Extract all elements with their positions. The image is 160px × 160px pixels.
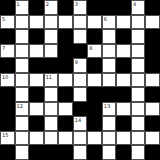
black-cell-r10c8 — [116, 145, 131, 160]
white-cell-r2c7[interactable] — [102, 29, 117, 44]
crossword-board: 123456789101112131415 — [0, 0, 160, 160]
white-cell-r10c9[interactable] — [131, 145, 146, 160]
clue-number-2: 2 — [46, 1, 49, 7]
white-cell-r0c9[interactable]: 4 — [131, 0, 146, 15]
clue-number-5: 5 — [2, 16, 5, 22]
white-cell-r2c3[interactable] — [44, 29, 59, 44]
black-cell-r6c6 — [87, 87, 102, 102]
white-cell-r2c5[interactable] — [73, 29, 88, 44]
black-cell-r3c5 — [73, 44, 88, 59]
white-cell-r9c10[interactable] — [145, 131, 160, 146]
white-cell-r1c1[interactable] — [15, 15, 30, 30]
white-cell-r1c0[interactable]: 5 — [0, 15, 15, 30]
white-cell-r7c2[interactable] — [29, 102, 44, 117]
white-cell-r4c9[interactable] — [131, 58, 146, 73]
white-cell-r1c9[interactable] — [131, 15, 146, 30]
white-cell-r8c9[interactable] — [131, 116, 146, 131]
white-cell-r2c1[interactable] — [15, 29, 30, 44]
white-cell-r2c9[interactable] — [131, 29, 146, 44]
clue-number-11: 11 — [46, 74, 52, 80]
white-cell-r1c5[interactable] — [73, 15, 88, 30]
white-cell-r9c4[interactable] — [58, 131, 73, 146]
white-cell-r4c7[interactable] — [102, 58, 117, 73]
black-cell-r3c10 — [145, 44, 160, 59]
black-cell-r6c8 — [116, 87, 131, 102]
white-cell-r9c3[interactable] — [44, 131, 59, 146]
black-cell-r7c5 — [73, 102, 88, 117]
black-cell-r0c8 — [116, 0, 131, 15]
white-cell-r7c7[interactable]: 13 — [102, 102, 117, 117]
black-cell-r6c4 — [58, 87, 73, 102]
white-cell-r9c1[interactable] — [15, 131, 30, 146]
white-cell-r8c3[interactable] — [44, 116, 59, 131]
clue-number-3: 3 — [75, 1, 78, 7]
black-cell-r7c6 — [87, 102, 102, 117]
white-cell-r3c8[interactable] — [116, 44, 131, 59]
white-cell-r5c0[interactable]: 10 — [0, 73, 15, 88]
clue-number-13: 13 — [104, 103, 110, 109]
black-cell-r6c2 — [29, 87, 44, 102]
clue-number-14: 14 — [75, 117, 81, 123]
white-cell-r5c6[interactable] — [87, 73, 102, 88]
white-cell-r7c9[interactable] — [131, 102, 146, 117]
black-cell-r2c4 — [58, 29, 73, 44]
white-cell-r6c1[interactable] — [15, 87, 30, 102]
white-cell-r8c7[interactable] — [102, 116, 117, 131]
white-cell-r9c9[interactable] — [131, 131, 146, 146]
white-cell-r3c7[interactable] — [102, 44, 117, 59]
white-cell-r3c2[interactable] — [29, 44, 44, 59]
black-cell-r10c4 — [58, 145, 73, 160]
clue-number-1: 1 — [17, 1, 20, 7]
white-cell-r7c4[interactable] — [58, 102, 73, 117]
white-cell-r9c7[interactable] — [102, 131, 117, 146]
white-cell-r4c1[interactable] — [15, 58, 30, 73]
black-cell-r2c6 — [87, 29, 102, 44]
white-cell-r5c1[interactable] — [15, 73, 30, 88]
white-cell-r7c1[interactable]: 12 — [15, 102, 30, 117]
white-cell-r8c1[interactable] — [15, 116, 30, 131]
white-cell-r0c1[interactable]: 1 — [15, 0, 30, 15]
white-cell-r9c8[interactable] — [116, 131, 131, 146]
white-cell-r0c5[interactable]: 3 — [73, 0, 88, 15]
white-cell-r3c9[interactable] — [131, 44, 146, 59]
white-cell-r5c9[interactable] — [131, 73, 146, 88]
black-cell-r4c8 — [116, 58, 131, 73]
white-cell-r3c0[interactable]: 7 — [0, 44, 15, 59]
black-cell-r4c10 — [145, 58, 160, 73]
white-cell-r5c4[interactable] — [58, 73, 73, 88]
black-cell-r4c3 — [44, 58, 59, 73]
white-cell-r3c3[interactable] — [44, 44, 59, 59]
white-cell-r7c10[interactable] — [145, 102, 160, 117]
clue-number-10: 10 — [2, 74, 8, 80]
white-cell-r5c7[interactable] — [102, 73, 117, 88]
white-cell-r6c9[interactable] — [131, 87, 146, 102]
white-cell-r7c3[interactable] — [44, 102, 59, 117]
white-cell-r1c7[interactable]: 6 — [102, 15, 117, 30]
white-cell-r4c5[interactable]: 9 — [73, 58, 88, 73]
black-cell-r4c4 — [58, 58, 73, 73]
clue-number-12: 12 — [17, 103, 23, 109]
white-cell-r6c3[interactable] — [44, 87, 59, 102]
black-cell-r0c7 — [102, 0, 117, 15]
white-cell-r9c5[interactable] — [73, 131, 88, 146]
black-cell-r7c0 — [0, 102, 15, 117]
black-cell-r10c10 — [145, 145, 160, 160]
clue-number-7: 7 — [2, 45, 5, 51]
black-cell-r8c6 — [87, 116, 102, 131]
white-cell-r9c2[interactable] — [29, 131, 44, 146]
white-cell-r8c5[interactable]: 14 — [73, 116, 88, 131]
black-cell-r4c6 — [87, 58, 102, 73]
clue-number-6: 6 — [104, 16, 107, 22]
black-cell-r8c4 — [58, 116, 73, 131]
white-cell-r10c1[interactable] — [15, 145, 30, 160]
black-cell-r0c0 — [0, 0, 15, 15]
clue-number-9: 9 — [75, 59, 78, 65]
white-cell-r6c5[interactable] — [73, 87, 88, 102]
white-cell-r7c8[interactable] — [116, 102, 131, 117]
black-cell-r2c10 — [145, 29, 160, 44]
white-cell-r0c3[interactable]: 2 — [44, 0, 59, 15]
black-cell-r2c0 — [0, 29, 15, 44]
black-cell-r8c0 — [0, 116, 15, 131]
black-cell-r10c6 — [87, 145, 102, 160]
white-cell-r5c3[interactable]: 11 — [44, 73, 59, 88]
black-cell-r0c4 — [58, 0, 73, 15]
black-cell-r10c2 — [29, 145, 44, 160]
white-cell-r3c6[interactable]: 8 — [87, 44, 102, 59]
black-cell-r2c2 — [29, 29, 44, 44]
black-cell-r10c3 — [44, 145, 59, 160]
black-cell-r10c0 — [0, 145, 15, 160]
white-cell-r9c6[interactable] — [87, 131, 102, 146]
white-cell-r5c10[interactable] — [145, 73, 160, 88]
clue-number-4: 4 — [133, 1, 136, 7]
black-cell-r8c8 — [116, 116, 131, 131]
black-cell-r6c7 — [102, 87, 117, 102]
white-cell-r1c8[interactable] — [116, 15, 131, 30]
white-cell-r1c4[interactable] — [58, 15, 73, 30]
white-cell-r1c2[interactable] — [29, 15, 44, 30]
black-cell-r0c6 — [87, 0, 102, 15]
white-cell-r3c1[interactable] — [15, 44, 30, 59]
white-cell-r10c7[interactable] — [102, 145, 117, 160]
black-cell-r8c2 — [29, 116, 44, 131]
white-cell-r10c5[interactable] — [73, 145, 88, 160]
black-cell-r3c4 — [58, 44, 73, 59]
white-cell-r9c0[interactable]: 15 — [0, 131, 15, 146]
clue-number-8: 8 — [89, 45, 92, 51]
clue-number-15: 15 — [2, 132, 8, 138]
black-cell-r4c2 — [29, 58, 44, 73]
black-cell-r2c8 — [116, 29, 131, 44]
black-cell-r0c2 — [29, 0, 44, 15]
black-cell-r6c10 — [145, 87, 160, 102]
white-cell-r1c10[interactable] — [145, 15, 160, 30]
white-cell-r1c3[interactable] — [44, 15, 59, 30]
black-cell-r6c0 — [0, 87, 15, 102]
white-cell-r5c8[interactable] — [116, 73, 131, 88]
black-cell-r0c10 — [145, 0, 160, 15]
white-cell-r5c2[interactable] — [29, 73, 44, 88]
white-cell-r5c5[interactable] — [73, 73, 88, 88]
black-cell-r8c10 — [145, 116, 160, 131]
black-cell-r4c0 — [0, 58, 15, 73]
white-cell-r1c6[interactable] — [87, 15, 102, 30]
